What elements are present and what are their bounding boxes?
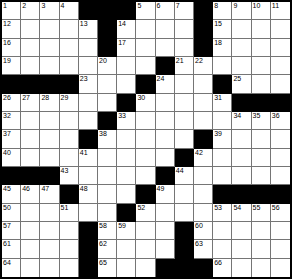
cell-r10c15[interactable] — [271, 167, 290, 185]
cell-r4c7[interactable] — [117, 57, 136, 75]
cell-r7c3[interactable] — [40, 112, 59, 130]
cell-r2c14[interactable] — [252, 20, 271, 38]
cell-r1c14[interactable]: 10 — [252, 2, 271, 20]
clue-number-19: 19 — [3, 57, 11, 65]
cell-r1c9[interactable]: 6 — [156, 2, 175, 20]
cell-r5c15[interactable] — [271, 75, 290, 93]
clue-number-17: 17 — [118, 39, 126, 47]
cell-r10c6[interactable] — [98, 167, 117, 185]
clue-number-12: 12 — [3, 20, 11, 28]
cell-r9c9[interactable] — [156, 149, 175, 167]
cell-r13c12[interactable] — [213, 222, 232, 240]
black-cell-r14c10 — [175, 240, 194, 258]
cell-r9c12[interactable] — [213, 149, 232, 167]
cell-r3c7[interactable]: 17 — [117, 39, 136, 57]
black-cell-r12c7 — [117, 204, 136, 222]
cell-r8c15[interactable] — [271, 130, 290, 148]
black-cell-r3c6 — [98, 39, 117, 57]
cell-r6c12[interactable]: 31 — [213, 94, 232, 112]
cell-r4c5[interactable] — [79, 57, 98, 75]
cell-r1c10[interactable]: 7 — [175, 2, 194, 20]
clue-number-21: 21 — [176, 57, 184, 65]
clue-number-54: 54 — [233, 204, 241, 212]
cell-r12c2[interactable] — [21, 204, 40, 222]
clue-number-2: 2 — [22, 2, 26, 10]
clue-number-22: 22 — [195, 57, 203, 65]
clue-number-65: 65 — [99, 259, 107, 267]
clue-number-50: 50 — [3, 204, 11, 212]
cell-r1c3[interactable]: 3 — [40, 2, 59, 20]
cell-r7c14[interactable]: 35 — [252, 112, 271, 130]
cell-r7c5[interactable] — [79, 112, 98, 130]
cell-r11c1[interactable]: 45 — [2, 185, 21, 203]
cell-r7c12[interactable] — [213, 112, 232, 130]
black-cell-r3c11 — [194, 39, 213, 57]
cell-r3c5[interactable] — [79, 39, 98, 57]
clue-number-53: 53 — [214, 204, 222, 212]
cell-r14c6[interactable]: 62 — [98, 240, 117, 258]
cell-r14c3[interactable] — [40, 240, 59, 258]
cell-r8c6[interactable]: 38 — [98, 130, 117, 148]
cell-r10c14[interactable] — [252, 167, 271, 185]
cell-r15c7[interactable] — [117, 259, 136, 277]
clue-number-10: 10 — [253, 2, 261, 10]
cell-r5c9[interactable]: 24 — [156, 75, 175, 93]
cell-r8c12[interactable]: 39 — [213, 130, 232, 148]
clue-number-52: 52 — [137, 204, 145, 212]
cell-r10c12[interactable] — [213, 167, 232, 185]
cell-r14c8[interactable] — [136, 240, 155, 258]
cell-r7c8[interactable] — [136, 112, 155, 130]
cell-r3c10[interactable] — [175, 39, 194, 57]
cell-r6c1[interactable]: 26 — [2, 94, 21, 112]
cell-r13c15[interactable] — [271, 222, 290, 240]
clue-number-6: 6 — [157, 2, 161, 10]
cell-r2c12[interactable]: 15 — [213, 20, 232, 38]
cell-r14c15[interactable] — [271, 240, 290, 258]
clue-number-59: 59 — [118, 222, 126, 230]
black-cell-r7c6 — [98, 112, 117, 130]
clue-number-8: 8 — [214, 2, 218, 10]
cell-r11c2[interactable]: 46 — [21, 185, 40, 203]
clue-number-4: 4 — [61, 2, 65, 10]
cell-r6c10[interactable] — [175, 94, 194, 112]
clue-number-3: 3 — [41, 2, 45, 10]
cell-r7c4[interactable] — [60, 112, 79, 130]
black-cell-r6c14 — [252, 94, 271, 112]
black-cell-r15c9 — [156, 259, 175, 277]
cell-r9c8[interactable] — [136, 149, 155, 167]
cell-r3c12[interactable]: 18 — [213, 39, 232, 57]
black-cell-r11c14 — [252, 185, 271, 203]
cell-r10c10[interactable]: 44 — [175, 167, 194, 185]
cell-r7c1[interactable]: 32 — [2, 112, 21, 130]
cell-r13c13[interactable] — [232, 222, 251, 240]
cell-r11c11[interactable] — [194, 185, 213, 203]
cell-r9c11[interactable]: 42 — [194, 149, 213, 167]
cell-r1c4[interactable]: 4 — [60, 2, 79, 20]
cell-r11c9[interactable]: 49 — [156, 185, 175, 203]
cell-r8c3[interactable] — [40, 130, 59, 148]
cell-r13c9[interactable] — [156, 222, 175, 240]
clue-number-18: 18 — [214, 39, 222, 47]
cell-r13c2[interactable] — [21, 222, 40, 240]
cell-r11c7[interactable] — [117, 185, 136, 203]
clue-number-62: 62 — [99, 240, 107, 248]
cell-r1c2[interactable]: 2 — [21, 2, 40, 20]
clue-number-36: 36 — [272, 112, 280, 120]
cell-r5c13[interactable]: 25 — [232, 75, 251, 93]
cell-r15c8[interactable] — [136, 259, 155, 277]
clue-number-63: 63 — [195, 240, 203, 248]
cell-r10c7[interactable] — [117, 167, 136, 185]
clue-number-37: 37 — [3, 130, 11, 138]
clue-number-57: 57 — [3, 222, 11, 230]
cell-r12c11[interactable] — [194, 204, 213, 222]
cell-r12c5[interactable] — [79, 204, 98, 222]
clue-number-60: 60 — [195, 222, 203, 230]
cell-r1c12[interactable]: 8 — [213, 2, 232, 20]
black-cell-r11c4 — [60, 185, 79, 203]
cell-r2c3[interactable] — [40, 20, 59, 38]
cell-r8c13[interactable] — [232, 130, 251, 148]
clue-number-20: 20 — [99, 57, 107, 65]
black-cell-r15c5 — [79, 259, 98, 277]
clue-number-5: 5 — [137, 2, 141, 10]
cell-r10c5[interactable] — [79, 167, 98, 185]
cell-r9c6[interactable] — [98, 149, 117, 167]
clue-number-23: 23 — [80, 75, 88, 83]
cell-r12c4[interactable]: 51 — [60, 204, 79, 222]
cell-r6c5[interactable] — [79, 94, 98, 112]
cell-r3c3[interactable] — [40, 39, 59, 57]
cell-r7c7[interactable]: 33 — [117, 112, 136, 130]
clue-number-7: 7 — [176, 2, 180, 10]
cell-r3c14[interactable] — [252, 39, 271, 57]
clue-number-16: 16 — [3, 39, 11, 47]
black-cell-r2c11 — [194, 20, 213, 38]
clue-number-38: 38 — [99, 130, 107, 138]
cell-r4c11[interactable]: 22 — [194, 57, 213, 75]
cell-r3c1[interactable]: 16 — [2, 39, 21, 57]
black-cell-r2c6 — [98, 20, 117, 38]
cell-r9c1[interactable]: 40 — [2, 149, 21, 167]
cell-r2c7[interactable]: 14 — [117, 20, 136, 38]
cell-r7c11[interactable] — [194, 112, 213, 130]
cell-r4c8[interactable] — [136, 57, 155, 75]
clue-number-25: 25 — [233, 75, 241, 83]
cell-r14c9[interactable] — [156, 240, 175, 258]
cell-r2c4[interactable] — [60, 20, 79, 38]
cell-r8c10[interactable] — [175, 130, 194, 148]
black-cell-r5c12 — [213, 75, 232, 93]
cell-r12c13[interactable]: 54 — [232, 204, 251, 222]
cell-r5c7[interactable] — [117, 75, 136, 93]
cell-r12c3[interactable] — [40, 204, 59, 222]
black-cell-r1c7 — [117, 2, 136, 20]
cell-r15c13[interactable] — [232, 259, 251, 277]
cell-r2c13[interactable] — [232, 20, 251, 38]
cell-r15c3[interactable] — [40, 259, 59, 277]
black-cell-r14c5 — [79, 240, 98, 258]
black-cell-r6c15 — [271, 94, 290, 112]
cell-r1c8[interactable]: 5 — [136, 2, 155, 20]
cell-r11c3[interactable]: 47 — [40, 185, 59, 203]
black-cell-r5c2 — [21, 75, 40, 93]
clue-number-48: 48 — [80, 185, 88, 193]
cell-r1c1[interactable]: 1 — [2, 2, 21, 20]
cell-r5c6[interactable] — [98, 75, 117, 93]
cell-r12c15[interactable]: 56 — [271, 204, 290, 222]
clue-number-39: 39 — [214, 130, 222, 138]
cell-r10c13[interactable] — [232, 167, 251, 185]
cell-r4c10[interactable]: 21 — [175, 57, 194, 75]
cell-r11c6[interactable] — [98, 185, 117, 203]
clue-number-42: 42 — [195, 149, 203, 157]
clue-number-31: 31 — [214, 94, 222, 102]
cell-r6c3[interactable]: 28 — [40, 94, 59, 112]
black-cell-r1c11 — [194, 2, 213, 20]
cell-r15c2[interactable] — [21, 259, 40, 277]
cell-r12c12[interactable]: 53 — [213, 204, 232, 222]
cell-r4c3[interactable] — [40, 57, 59, 75]
cell-r13c1[interactable]: 57 — [2, 222, 21, 240]
black-cell-r15c10 — [175, 259, 194, 277]
cell-r2c10[interactable] — [175, 20, 194, 38]
cell-r2c2[interactable] — [21, 20, 40, 38]
black-cell-r5c8 — [136, 75, 155, 93]
clue-number-55: 55 — [253, 204, 261, 212]
cell-r13c7[interactable]: 59 — [117, 222, 136, 240]
clue-number-34: 34 — [233, 112, 241, 120]
cell-r7c10[interactable] — [175, 112, 194, 130]
clue-number-9: 9 — [233, 2, 237, 10]
clue-number-27: 27 — [22, 94, 30, 102]
clue-number-15: 15 — [214, 20, 222, 28]
cell-r4c15[interactable] — [271, 57, 290, 75]
black-cell-r1c6 — [98, 2, 117, 20]
cell-r3c2[interactable] — [21, 39, 40, 57]
cell-r6c11[interactable] — [194, 94, 213, 112]
cell-r13c4[interactable] — [60, 222, 79, 240]
black-cell-r11c13 — [232, 185, 251, 203]
clue-number-49: 49 — [157, 185, 165, 193]
black-cell-r8c11 — [194, 130, 213, 148]
cell-r8c4[interactable] — [60, 130, 79, 148]
clue-number-51: 51 — [61, 204, 69, 212]
cell-r8c9[interactable] — [156, 130, 175, 148]
cell-r11c5[interactable]: 48 — [79, 185, 98, 203]
cell-r12c8[interactable]: 52 — [136, 204, 155, 222]
cell-r9c2[interactable] — [21, 149, 40, 167]
cell-r3c9[interactable] — [156, 39, 175, 57]
cell-r14c4[interactable] — [60, 240, 79, 258]
clue-number-43: 43 — [61, 167, 69, 175]
black-cell-r10c1 — [2, 167, 21, 185]
clue-number-24: 24 — [157, 75, 165, 83]
cell-r10c11[interactable] — [194, 167, 213, 185]
clue-number-29: 29 — [61, 94, 69, 102]
cell-r3c15[interactable] — [271, 39, 290, 57]
cell-r7c2[interactable] — [21, 112, 40, 130]
cell-r3c8[interactable] — [136, 39, 155, 57]
cell-r4c2[interactable] — [21, 57, 40, 75]
cell-r7c9[interactable] — [156, 112, 175, 130]
cell-r15c6[interactable]: 65 — [98, 259, 117, 277]
cell-r3c4[interactable] — [60, 39, 79, 57]
cell-r4c1[interactable]: 19 — [2, 57, 21, 75]
cell-r7c15[interactable]: 36 — [271, 112, 290, 130]
cell-r5c11[interactable] — [194, 75, 213, 93]
clue-number-1: 1 — [3, 2, 7, 10]
clue-number-46: 46 — [22, 185, 30, 193]
cell-r12c9[interactable] — [156, 204, 175, 222]
black-cell-r1c5 — [79, 2, 98, 20]
clue-number-47: 47 — [41, 185, 49, 193]
cell-r12c1[interactable]: 50 — [2, 204, 21, 222]
black-cell-r11c15 — [271, 185, 290, 203]
cell-r7c13[interactable]: 34 — [232, 112, 251, 130]
cell-r6c2[interactable]: 27 — [21, 94, 40, 112]
clue-number-11: 11 — [272, 2, 279, 10]
black-cell-r11c12 — [213, 185, 232, 203]
cell-r13c3[interactable] — [40, 222, 59, 240]
black-cell-r10c3 — [40, 167, 59, 185]
cell-r8c14[interactable] — [252, 130, 271, 148]
cell-r14c14[interactable] — [252, 240, 271, 258]
cell-r2c15[interactable] — [271, 20, 290, 38]
cell-r15c15[interactable] — [271, 259, 290, 277]
cell-r4c6[interactable]: 20 — [98, 57, 117, 75]
crossword-grid: 1234567891011121314151617181920212223242… — [0, 0, 292, 279]
black-cell-r6c7 — [117, 94, 136, 112]
cell-r5c5[interactable]: 23 — [79, 75, 98, 93]
cell-r9c5[interactable]: 41 — [79, 149, 98, 167]
clue-number-28: 28 — [41, 94, 49, 102]
cell-r15c4[interactable] — [60, 259, 79, 277]
black-cell-r11c8 — [136, 185, 155, 203]
cell-r6c6[interactable] — [98, 94, 117, 112]
clue-number-44: 44 — [176, 167, 184, 175]
cell-r8c1[interactable]: 37 — [2, 130, 21, 148]
clue-number-45: 45 — [3, 185, 11, 193]
clue-number-66: 66 — [214, 259, 222, 267]
black-cell-r5c4 — [60, 75, 79, 93]
cell-r13c8[interactable] — [136, 222, 155, 240]
cell-r4c4[interactable] — [60, 57, 79, 75]
black-cell-r13c5 — [79, 222, 98, 240]
cell-r15c14[interactable] — [252, 259, 271, 277]
cell-r4c12[interactable] — [213, 57, 232, 75]
black-cell-r13c10 — [175, 222, 194, 240]
cell-r8c8[interactable] — [136, 130, 155, 148]
cell-r1c15[interactable]: 11 — [271, 2, 290, 20]
black-cell-r10c9 — [156, 167, 175, 185]
cell-r12c14[interactable]: 55 — [252, 204, 271, 222]
cell-r5c14[interactable] — [252, 75, 271, 93]
cell-r11c10[interactable] — [175, 185, 194, 203]
cell-r9c14[interactable] — [252, 149, 271, 167]
cell-r2c8[interactable] — [136, 20, 155, 38]
cell-r8c7[interactable] — [117, 130, 136, 148]
cell-r9c7[interactable] — [117, 149, 136, 167]
cell-r14c11[interactable]: 63 — [194, 240, 213, 258]
black-cell-r5c1 — [2, 75, 21, 93]
black-cell-r8c5 — [79, 130, 98, 148]
clue-number-35: 35 — [253, 112, 261, 120]
cell-r2c9[interactable] — [156, 20, 175, 38]
cell-r2c5[interactable]: 13 — [79, 20, 98, 38]
cell-r4c13[interactable] — [232, 57, 251, 75]
cell-r9c4[interactable] — [60, 149, 79, 167]
clue-number-14: 14 — [118, 20, 126, 28]
cell-r14c7[interactable] — [117, 240, 136, 258]
cell-r13c14[interactable] — [252, 222, 271, 240]
cell-r6c4[interactable]: 29 — [60, 94, 79, 112]
cell-r6c8[interactable]: 30 — [136, 94, 155, 112]
black-cell-r5c3 — [40, 75, 59, 93]
cell-r8c2[interactable] — [21, 130, 40, 148]
black-cell-r9c10 — [175, 149, 194, 167]
cell-r2c1[interactable]: 12 — [2, 20, 21, 38]
cell-r10c4[interactable]: 43 — [60, 167, 79, 185]
clue-number-32: 32 — [3, 112, 11, 120]
cell-r9c3[interactable] — [40, 149, 59, 167]
black-cell-r15c11 — [194, 259, 213, 277]
clue-number-64: 64 — [3, 259, 11, 267]
cell-r15c12[interactable]: 66 — [213, 259, 232, 277]
clue-number-56: 56 — [272, 204, 280, 212]
cell-r6c9[interactable] — [156, 94, 175, 112]
clue-number-41: 41 — [80, 149, 88, 157]
cell-r9c13[interactable] — [232, 149, 251, 167]
cell-r4c14[interactable] — [252, 57, 271, 75]
black-cell-r10c2 — [21, 167, 40, 185]
clue-number-61: 61 — [3, 240, 11, 248]
clue-number-30: 30 — [137, 94, 145, 102]
cell-r3c13[interactable] — [232, 39, 251, 57]
black-cell-r6c13 — [232, 94, 251, 112]
clue-number-40: 40 — [3, 149, 11, 157]
cell-r14c13[interactable] — [232, 240, 251, 258]
cell-r14c12[interactable] — [213, 240, 232, 258]
cell-r13c6[interactable]: 58 — [98, 222, 117, 240]
cell-r12c6[interactable] — [98, 204, 117, 222]
cell-r10c8[interactable] — [136, 167, 155, 185]
cell-r13c11[interactable]: 60 — [194, 222, 213, 240]
black-cell-r4c9 — [156, 57, 175, 75]
clue-number-33: 33 — [118, 112, 126, 120]
cell-r14c1[interactable]: 61 — [2, 240, 21, 258]
clue-number-13: 13 — [80, 20, 88, 28]
cell-r9c15[interactable] — [271, 149, 290, 167]
cell-r5c10[interactable] — [175, 75, 194, 93]
cell-r14c2[interactable] — [21, 240, 40, 258]
cell-r1c13[interactable]: 9 — [232, 2, 251, 20]
clue-number-58: 58 — [99, 222, 107, 230]
cell-r12c10[interactable] — [175, 204, 194, 222]
clue-number-26: 26 — [3, 94, 11, 102]
cell-r15c1[interactable]: 64 — [2, 259, 21, 277]
